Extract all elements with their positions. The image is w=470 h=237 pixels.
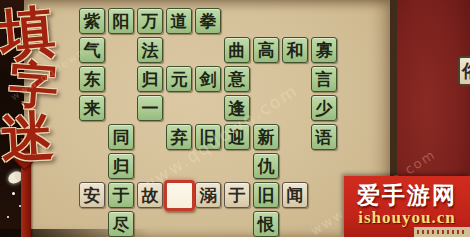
tile-char: 于 xyxy=(113,187,130,204)
site-watermark-box: 爱手游网 ishouyou.cn xyxy=(344,176,470,237)
site-url: ishouyou.cn xyxy=(344,208,470,228)
tile-char: 闻 xyxy=(287,187,304,204)
page-title-char: 填 xyxy=(0,3,57,63)
board-tile-归[interactable]: 归 xyxy=(108,153,134,179)
tile-char: 拳 xyxy=(200,13,217,30)
board-tile-东[interactable]: 东 xyxy=(79,66,105,92)
board-tile-故[interactable]: 故 xyxy=(137,182,163,208)
tile-char: 语 xyxy=(316,129,333,146)
board-tile-意[interactable]: 意 xyxy=(224,66,250,92)
board-tile-剑[interactable]: 剑 xyxy=(195,66,221,92)
tile-char: 恨 xyxy=(258,216,275,233)
board-tile-言[interactable]: 言 xyxy=(311,66,337,92)
board-tile-归[interactable]: 归 xyxy=(137,66,163,92)
board-tile-迎[interactable]: 迎 xyxy=(224,124,250,150)
candidate-tile[interactable]: 俗 xyxy=(458,56,470,86)
board-tile-同[interactable]: 同 xyxy=(108,124,134,150)
board-tile-一[interactable]: 一 xyxy=(137,95,163,121)
tile-char: 道 xyxy=(171,13,188,30)
tile-char: 安 xyxy=(84,187,101,204)
tile-char: 曲 xyxy=(229,42,246,59)
board-tile-拳[interactable]: 拳 xyxy=(195,8,221,34)
tile-char: 阳 xyxy=(113,13,130,30)
board-tile-闻[interactable]: 闻 xyxy=(282,182,308,208)
tile-char: 万 xyxy=(142,13,159,30)
tile-char: 气 xyxy=(84,42,101,59)
board-tile-尽[interactable]: 尽 xyxy=(108,211,134,237)
board-tile-道[interactable]: 道 xyxy=(166,8,192,34)
tile-char: 一 xyxy=(142,100,159,117)
tile-char: 弃 xyxy=(171,129,188,146)
tile-char: 仇 xyxy=(258,158,275,175)
board-tile-紫[interactable]: 紫 xyxy=(79,8,105,34)
board-tile-仇[interactable]: 仇 xyxy=(253,153,279,179)
tile-char: 剑 xyxy=(200,71,217,88)
board-tile-安[interactable]: 安 xyxy=(79,182,105,208)
tile-char: 紫 xyxy=(84,13,101,30)
board-tile-恨[interactable]: 恨 xyxy=(253,211,279,237)
tile-char: 寡 xyxy=(316,42,333,59)
bokeh-light xyxy=(7,216,9,218)
tile-char: 尽 xyxy=(113,216,130,233)
tile-char: 于 xyxy=(229,187,246,204)
tile-char: 归 xyxy=(113,158,130,175)
board-tile-法[interactable]: 法 xyxy=(137,37,163,63)
site-substrip xyxy=(414,227,470,237)
tile-char: 溺 xyxy=(200,187,217,204)
tile-char: 元 xyxy=(171,71,188,88)
tile-char: 故 xyxy=(142,187,159,204)
board-tile-溺[interactable]: 溺 xyxy=(195,182,221,208)
tile-char: 东 xyxy=(84,71,101,88)
board-tile-于[interactable]: 于 xyxy=(224,182,250,208)
game-screenshot: 填 字 迷 紫阳万道拳气法曲高和寡东归元剑意言来一逢少同弃旧迎新语归仇安于故溺于… xyxy=(0,0,470,237)
candidate-tile-char: 俗 xyxy=(462,59,470,83)
tile-char: 旧 xyxy=(258,187,275,204)
tile-char: 同 xyxy=(113,129,130,146)
board-tile-逢[interactable]: 逢 xyxy=(224,95,250,121)
tile-char: 法 xyxy=(142,42,159,59)
tile-char: 新 xyxy=(258,129,275,146)
board-tile-语[interactable]: 语 xyxy=(311,124,337,150)
board-tile-旧[interactable]: 旧 xyxy=(253,182,279,208)
tile-char: 言 xyxy=(316,71,333,88)
blank-cell-selected[interactable] xyxy=(164,180,195,211)
tile-char: 和 xyxy=(287,42,304,59)
board-tile-寡[interactable]: 寡 xyxy=(311,37,337,63)
tile-char: 迎 xyxy=(229,129,246,146)
board-tile-气[interactable]: 气 xyxy=(79,37,105,63)
board-tile-来[interactable]: 来 xyxy=(79,95,105,121)
board-tile-元[interactable]: 元 xyxy=(166,66,192,92)
tile-char: 逢 xyxy=(229,100,246,117)
page-title-char: 迷 xyxy=(0,109,55,165)
site-name: 爱手游网 xyxy=(344,180,470,211)
board-tile-阳[interactable]: 阳 xyxy=(108,8,134,34)
board-tile-弃[interactable]: 弃 xyxy=(166,124,192,150)
board-tile-曲[interactable]: 曲 xyxy=(224,37,250,63)
tile-char: 少 xyxy=(316,100,333,117)
tile-char: 来 xyxy=(84,100,101,117)
board-tile-新[interactable]: 新 xyxy=(253,124,279,150)
board-tile-高[interactable]: 高 xyxy=(253,37,279,63)
tile-char: 旧 xyxy=(200,129,217,146)
tile-char: 高 xyxy=(258,42,275,59)
board-tile-少[interactable]: 少 xyxy=(311,95,337,121)
bokeh-light xyxy=(12,192,15,195)
board-tile-万[interactable]: 万 xyxy=(137,8,163,34)
tile-char: 归 xyxy=(142,71,159,88)
board-tile-和[interactable]: 和 xyxy=(282,37,308,63)
tile-char: 意 xyxy=(229,71,246,88)
board-tile-于[interactable]: 于 xyxy=(108,182,134,208)
board-tile-旧[interactable]: 旧 xyxy=(195,124,221,150)
